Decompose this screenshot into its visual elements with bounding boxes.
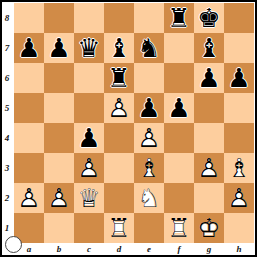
piece-outline: ♔ — [194, 213, 224, 243]
piece-outline: ♙ — [14, 183, 44, 213]
piece-white-bishop-e3[interactable]: ♝♗ — [134, 153, 164, 183]
square-h2[interactable]: ♟♙ — [224, 183, 254, 213]
piece-white-pawn-a2[interactable]: ♟♙ — [14, 183, 44, 213]
piece-outline: ♙ — [104, 93, 134, 123]
file-label-b: b — [44, 243, 74, 255]
square-e6[interactable] — [134, 63, 164, 93]
square-h5[interactable] — [224, 93, 254, 123]
square-f1[interactable]: ♜♖ — [164, 213, 194, 243]
square-g6[interactable]: ♟ — [194, 63, 224, 93]
piece-black-rook-f8[interactable]: ♜ — [164, 3, 194, 33]
rank-label-7: 7 — [0, 33, 14, 63]
square-e1[interactable] — [134, 213, 164, 243]
piece-white-pawn-h2[interactable]: ♟♙ — [224, 183, 254, 213]
square-a5[interactable] — [14, 93, 44, 123]
piece-black-pawn-b7[interactable]: ♟ — [44, 33, 74, 63]
piece-white-rook-d1[interactable]: ♜♖ — [104, 213, 134, 243]
square-c1[interactable] — [74, 213, 104, 243]
square-g3[interactable]: ♟♙ — [194, 153, 224, 183]
square-c4[interactable]: ♟ — [74, 123, 104, 153]
piece-outline: ♖ — [164, 213, 194, 243]
file-label-e: e — [134, 243, 164, 255]
file-label-d: d — [104, 243, 134, 255]
piece-black-bishop-g7[interactable]: ♝ — [194, 33, 224, 63]
square-f3[interactable] — [164, 153, 194, 183]
square-c5[interactable] — [74, 93, 104, 123]
piece-glyph: ♟ — [134, 93, 164, 123]
chess-diagram: ♜♚♟♟♛♝♞♝♜♟♟♟♙♟♟♟♟♙♟♙♝♗♟♙♝♗♟♙♟♙♛♕♞♘♟♙♜♖♜♖… — [0, 0, 257, 257]
piece-glyph: ♝ — [194, 33, 224, 63]
piece-outline: ♖ — [104, 213, 134, 243]
piece-white-rook-f1[interactable]: ♜♖ — [164, 213, 194, 243]
square-b5[interactable] — [44, 93, 74, 123]
square-h3[interactable]: ♝♗ — [224, 153, 254, 183]
square-e7[interactable]: ♞ — [134, 33, 164, 63]
square-g7[interactable]: ♝ — [194, 33, 224, 63]
rank-label-5: 5 — [0, 93, 14, 123]
square-h8[interactable] — [224, 3, 254, 33]
square-h4[interactable] — [224, 123, 254, 153]
square-c8[interactable] — [74, 3, 104, 33]
piece-glyph: ♟ — [194, 63, 224, 93]
square-d1[interactable]: ♜♖ — [104, 213, 134, 243]
piece-glyph: ♛ — [74, 33, 104, 63]
square-e4[interactable]: ♟♙ — [134, 123, 164, 153]
square-a7[interactable]: ♟ — [14, 33, 44, 63]
chess-board: ♜♚♟♟♛♝♞♝♜♟♟♟♙♟♟♟♟♙♟♙♝♗♟♙♝♗♟♙♟♙♛♕♞♘♟♙♜♖♜♖… — [14, 3, 254, 243]
piece-black-pawn-c4[interactable]: ♟ — [74, 123, 104, 153]
file-label-g: g — [194, 243, 224, 255]
rank-label-8: 8 — [0, 3, 14, 33]
piece-glyph: ♚ — [194, 3, 224, 33]
square-b8[interactable] — [44, 3, 74, 33]
square-b7[interactable]: ♟ — [44, 33, 74, 63]
rank-label-2: 2 — [0, 183, 14, 213]
piece-glyph: ♟ — [164, 93, 194, 123]
piece-black-rook-d6[interactable]: ♜ — [104, 63, 134, 93]
piece-black-queen-c7[interactable]: ♛ — [74, 33, 104, 63]
square-b1[interactable] — [44, 213, 74, 243]
square-c2[interactable]: ♛♕ — [74, 183, 104, 213]
piece-black-knight-e7[interactable]: ♞ — [134, 33, 164, 63]
file-label-c: c — [74, 243, 104, 255]
square-d7[interactable]: ♝ — [104, 33, 134, 63]
square-a3[interactable] — [14, 153, 44, 183]
square-b2[interactable]: ♟♙ — [44, 183, 74, 213]
square-e3[interactable]: ♝♗ — [134, 153, 164, 183]
file-label-f: f — [164, 243, 194, 255]
piece-black-pawn-a7[interactable]: ♟ — [14, 33, 44, 63]
square-f5[interactable]: ♟ — [164, 93, 194, 123]
piece-glyph: ♟ — [44, 33, 74, 63]
piece-white-knight-e2[interactable]: ♞♘ — [134, 183, 164, 213]
square-c7[interactable]: ♛ — [74, 33, 104, 63]
square-b4[interactable] — [44, 123, 74, 153]
square-h1[interactable] — [224, 213, 254, 243]
piece-outline: ♙ — [134, 123, 164, 153]
piece-glyph: ♞ — [134, 33, 164, 63]
piece-outline: ♗ — [224, 153, 254, 183]
piece-black-pawn-f5[interactable]: ♟ — [164, 93, 194, 123]
piece-outline: ♙ — [44, 183, 74, 213]
square-h6[interactable]: ♟ — [224, 63, 254, 93]
square-e8[interactable] — [134, 3, 164, 33]
piece-white-pawn-g3[interactable]: ♟♙ — [194, 153, 224, 183]
piece-outline: ♕ — [74, 183, 104, 213]
piece-black-bishop-d7[interactable]: ♝ — [104, 33, 134, 63]
square-d5[interactable]: ♟♙ — [104, 93, 134, 123]
piece-outline: ♗ — [134, 153, 164, 183]
square-h7[interactable] — [224, 33, 254, 63]
square-f8[interactable]: ♜ — [164, 3, 194, 33]
piece-outline: ♙ — [194, 153, 224, 183]
square-g1[interactable]: ♚♔ — [194, 213, 224, 243]
piece-white-king-g1[interactable]: ♚♔ — [194, 213, 224, 243]
piece-glyph: ♟ — [224, 63, 254, 93]
piece-black-pawn-e5[interactable]: ♟ — [134, 93, 164, 123]
piece-black-pawn-h6[interactable]: ♟ — [224, 63, 254, 93]
piece-glyph: ♝ — [104, 33, 134, 63]
piece-white-bishop-h3[interactable]: ♝♗ — [224, 153, 254, 183]
piece-white-pawn-c3[interactable]: ♟♙ — [74, 153, 104, 183]
piece-outline: ♙ — [74, 153, 104, 183]
square-d8[interactable] — [104, 3, 134, 33]
piece-glyph: ♜ — [104, 63, 134, 93]
square-d2[interactable] — [104, 183, 134, 213]
piece-outline: ♙ — [224, 183, 254, 213]
square-a6[interactable] — [14, 63, 44, 93]
piece-glyph: ♟ — [14, 33, 44, 63]
square-a4[interactable] — [14, 123, 44, 153]
piece-glyph: ♜ — [164, 3, 194, 33]
piece-white-queen-c2[interactable]: ♛♕ — [74, 183, 104, 213]
square-d4[interactable] — [104, 123, 134, 153]
square-a2[interactable]: ♟♙ — [14, 183, 44, 213]
square-f6[interactable] — [164, 63, 194, 93]
square-c3[interactable]: ♟♙ — [74, 153, 104, 183]
rank-label-3: 3 — [0, 153, 14, 183]
piece-white-pawn-e4[interactable]: ♟♙ — [134, 123, 164, 153]
square-g5[interactable] — [194, 93, 224, 123]
square-f4[interactable] — [164, 123, 194, 153]
square-a8[interactable] — [14, 3, 44, 33]
square-b3[interactable] — [44, 153, 74, 183]
square-f7[interactable] — [164, 33, 194, 63]
square-g8[interactable]: ♚ — [194, 3, 224, 33]
square-e2[interactable]: ♞♘ — [134, 183, 164, 213]
rank-label-6: 6 — [0, 63, 14, 93]
square-g2[interactable] — [194, 183, 224, 213]
piece-white-pawn-d5[interactable]: ♟♙ — [104, 93, 134, 123]
square-d6[interactable]: ♜ — [104, 63, 134, 93]
square-e5[interactable]: ♟ — [134, 93, 164, 123]
square-b6[interactable] — [44, 63, 74, 93]
rank-label-4: 4 — [0, 123, 14, 153]
piece-black-pawn-g6[interactable]: ♟ — [194, 63, 224, 93]
square-g4[interactable] — [194, 123, 224, 153]
square-d3[interactable] — [104, 153, 134, 183]
side-to-move-indicator — [5, 236, 22, 253]
piece-black-king-g8[interactable]: ♚ — [194, 3, 224, 33]
piece-glyph: ♟ — [74, 123, 104, 153]
file-label-h: h — [224, 243, 254, 255]
square-c6[interactable] — [74, 63, 104, 93]
square-f2[interactable] — [164, 183, 194, 213]
piece-white-pawn-b2[interactable]: ♟♙ — [44, 183, 74, 213]
piece-outline: ♘ — [134, 183, 164, 213]
